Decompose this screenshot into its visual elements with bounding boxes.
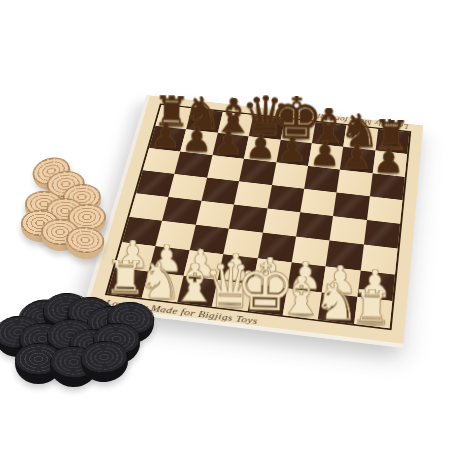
- black-draughts-pile: [0, 0, 450, 450]
- product-photo: ♜♞♝♛♚♝♞♜♟♟♟♟♟♟♟♟♟♟♟♟♟♟♟♟♜♞♝♛♚♝♞♜ Lovingl…: [0, 0, 450, 450]
